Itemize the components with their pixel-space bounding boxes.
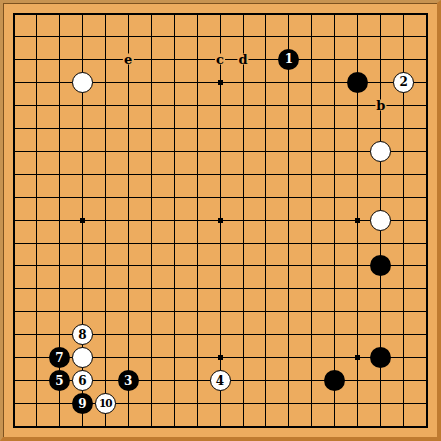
stone-white-dp [72, 347, 93, 368]
stone-white-jq-move-4: 4 [210, 370, 231, 391]
move-number: 6 [78, 375, 86, 387]
stone-black-qp [370, 347, 391, 368]
move-number: 9 [78, 398, 86, 410]
stone-black-cp-move-7: 7 [49, 347, 70, 368]
point-label-c: c [215, 54, 225, 65]
stone-black-pd [347, 72, 368, 93]
stone-white-qg [370, 141, 391, 162]
move-number: 2 [399, 76, 407, 88]
move-number: 7 [55, 352, 63, 364]
star-point-7 [218, 355, 223, 360]
move-number: 5 [55, 375, 63, 387]
stone-white-rd-move-2: 2 [393, 72, 414, 93]
stone-white-dq-move-6: 6 [72, 370, 93, 391]
stone-black-ql [370, 255, 391, 276]
move-number: 1 [285, 53, 293, 65]
star-point-8 [355, 355, 360, 360]
stone-white-dd [72, 72, 93, 93]
move-number: 8 [78, 329, 86, 341]
stone-white-qj [370, 210, 391, 231]
stone-white-do-move-8: 8 [72, 324, 93, 345]
grid-line-horizontal-12 [13, 288, 428, 289]
grid-line-horizontal-10 [13, 243, 428, 244]
star-point-5 [355, 218, 360, 223]
grid-line-vertical-13 [311, 13, 312, 428]
grid-line-vertical-14 [334, 13, 335, 428]
point-label-e: e [123, 54, 133, 65]
star-point-4 [218, 218, 223, 223]
grid-line-vertical-18 [426, 13, 428, 428]
stone-black-cq-move-5: 5 [49, 370, 70, 391]
grid-line-horizontal-18 [13, 426, 428, 428]
stone-black-dr-move-9: 9 [72, 393, 93, 414]
grid-line-horizontal-11 [13, 265, 428, 266]
grid-line-vertical-11 [265, 13, 266, 428]
grid-line-horizontal-13 [13, 311, 428, 312]
stone-black-oq [324, 370, 345, 391]
grid-line-vertical-12 [288, 13, 289, 428]
go-board: ecdb12345678910 [0, 0, 441, 441]
point-label-d: d [237, 54, 248, 65]
stone-black-mc-move-1: 1 [278, 49, 299, 70]
move-number: 3 [124, 375, 132, 387]
move-number: 10 [99, 398, 112, 409]
grid-line-vertical-10 [243, 13, 244, 428]
star-point-3 [80, 218, 85, 223]
star-point-1 [218, 80, 223, 85]
point-label-b: b [375, 100, 386, 111]
stone-white-er-move-10: 10 [95, 393, 116, 414]
move-number: 4 [216, 375, 224, 387]
stone-black-fq-move-3: 3 [118, 370, 139, 391]
